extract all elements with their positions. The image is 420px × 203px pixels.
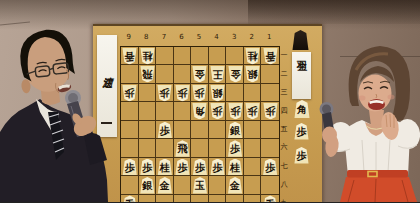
piece-glyph: 香 xyxy=(265,200,275,202)
board-cell xyxy=(191,47,209,65)
woman-blush-right xyxy=(359,96,366,101)
board-cell xyxy=(156,139,174,157)
board-cell xyxy=(244,121,262,139)
board-cell xyxy=(261,65,279,83)
woman-blush-left xyxy=(388,95,395,100)
piece-glyph: 金 xyxy=(160,181,170,191)
board-cell xyxy=(244,195,262,203)
piece-glyph: 金 xyxy=(230,69,240,79)
piece-glyph: 歩 xyxy=(160,87,170,97)
woman-microphone-head-inner xyxy=(322,105,331,114)
board-cell xyxy=(191,195,209,203)
board-cell xyxy=(261,176,279,194)
board-cell xyxy=(226,47,244,65)
file-label-5: 5 xyxy=(197,33,201,41)
piece-glyph: 歩 xyxy=(248,106,258,116)
board-cell xyxy=(174,65,192,83)
captured-piece-角[interactable]: 角 xyxy=(294,100,310,118)
file-label-2: 2 xyxy=(249,33,253,41)
demo-board-panel: 987654321 一二三四五六七八九 香桂桂香飛金王金銀歩歩歩歩銀角歩歩歩歩歩… xyxy=(93,24,322,202)
assistant-woman xyxy=(318,30,420,202)
board-cell xyxy=(139,195,157,203)
piece-glyph: 金 xyxy=(230,181,240,191)
board-cell xyxy=(226,195,244,203)
board-cell xyxy=(209,195,227,203)
rank-label-2: 二 xyxy=(279,69,289,79)
piece-glyph: 歩 xyxy=(125,163,135,173)
board-cell xyxy=(209,139,227,157)
board-cell xyxy=(174,195,192,203)
board-cell xyxy=(209,176,227,194)
piece-glyph: 歩 xyxy=(125,87,135,97)
board-cell xyxy=(174,121,192,139)
rank-label-5: 五 xyxy=(279,124,289,134)
board-cell xyxy=(139,102,157,120)
board-cell xyxy=(244,84,262,102)
piece-glyph: 銀 xyxy=(213,87,223,97)
piece-glyph: 桂 xyxy=(230,163,240,173)
file-label-3: 3 xyxy=(232,33,236,41)
board-cell xyxy=(121,139,139,157)
board-cell xyxy=(261,139,279,157)
board-cell xyxy=(174,47,192,65)
piece-glyph: 銀 xyxy=(230,126,240,136)
piece-glyph: 桂 xyxy=(160,163,170,173)
piece-glyph: 歩 xyxy=(297,127,307,137)
board-cell xyxy=(209,47,227,65)
piece-glyph: 角 xyxy=(297,105,307,115)
file-label-7: 7 xyxy=(162,33,166,41)
board-cell xyxy=(156,195,174,203)
board-cell xyxy=(139,84,157,102)
rank-label-1: 一 xyxy=(279,50,289,60)
board-cell xyxy=(174,102,192,120)
piece-glyph: 飛 xyxy=(142,69,152,79)
board-cell xyxy=(156,47,174,65)
piece-glyph: 歩 xyxy=(142,163,152,173)
board-cell xyxy=(209,121,227,139)
piece-glyph: 銀 xyxy=(142,181,152,191)
board-cell xyxy=(261,121,279,139)
commentator-man xyxy=(0,20,110,202)
board-cell xyxy=(244,139,262,157)
wall-shadow-top-right xyxy=(248,0,420,24)
gote-player-name: 羽生 xyxy=(295,52,309,99)
piece-glyph: 歩 xyxy=(177,87,187,97)
board-cell xyxy=(244,176,262,194)
piece-glyph: 玉 xyxy=(195,181,205,191)
piece-glyph: 歩 xyxy=(230,144,240,154)
board-cell xyxy=(139,139,157,157)
piece-glyph: 歩 xyxy=(195,87,205,97)
rank-label-8: 八 xyxy=(279,179,289,189)
piece-glyph: 角 xyxy=(195,106,205,116)
file-label-9: 9 xyxy=(127,33,131,41)
board-cell xyxy=(121,176,139,194)
file-label-4: 4 xyxy=(214,33,218,41)
piece-glyph: 飛 xyxy=(177,144,187,154)
rank-label-6: 六 xyxy=(279,142,289,152)
piece-glyph: 歩 xyxy=(213,163,223,173)
piece-glyph: 桂 xyxy=(248,50,258,60)
piece-glyph: 歩 xyxy=(213,106,223,116)
board-cell xyxy=(156,102,174,120)
piece-glyph: 歩 xyxy=(230,106,240,116)
board-cell xyxy=(121,65,139,83)
board-cell xyxy=(191,139,209,157)
piece-glyph: 王 xyxy=(213,69,223,79)
board-cell xyxy=(261,84,279,102)
board-cell xyxy=(139,121,157,139)
board-cell xyxy=(156,65,174,83)
piece-glyph: 歩 xyxy=(297,151,307,161)
piece-glyph: 香 xyxy=(125,50,135,60)
rank-label-4: 四 xyxy=(279,106,289,116)
piece-glyph: 桂 xyxy=(142,50,152,60)
board-cell xyxy=(174,176,192,194)
file-label-8: 8 xyxy=(144,33,148,41)
piece-glyph: 香 xyxy=(125,200,135,202)
file-label-6: 6 xyxy=(179,33,183,41)
piece-glyph: 歩 xyxy=(265,106,275,116)
board-cell xyxy=(121,121,139,139)
piece-glyph: 香 xyxy=(265,50,275,60)
shogi-commentary-photo: 987654321 一二三四五六七八九 香桂桂香飛金王金銀歩歩歩歩銀角歩歩歩歩歩… xyxy=(0,0,420,202)
board-cell xyxy=(121,102,139,120)
board-cell xyxy=(226,84,244,102)
piece-glyph: 歩 xyxy=(195,163,205,173)
piece-glyph: 歩 xyxy=(160,126,170,136)
captured-piece-歩[interactable]: 歩 xyxy=(294,123,309,140)
rank-label-7: 七 xyxy=(279,161,289,171)
rank-label-9: 九 xyxy=(279,198,289,202)
board-cell xyxy=(244,158,262,176)
captured-piece-歩[interactable]: 歩 xyxy=(294,147,309,164)
black-marker-piece-icon xyxy=(292,30,309,50)
piece-glyph: 歩 xyxy=(265,163,275,173)
file-label-1: 1 xyxy=(267,33,271,41)
piece-glyph: 金 xyxy=(195,69,205,79)
board-grid: 香桂桂香飛金王金銀歩歩歩歩銀角歩歩歩歩歩銀飛歩歩歩桂歩歩歩桂歩銀金玉金香香 xyxy=(120,46,280,202)
gote-name-plate: 羽生 xyxy=(292,52,311,99)
rank-label-3: 三 xyxy=(279,87,289,97)
piece-glyph: 歩 xyxy=(177,163,187,173)
piece-glyph: 銀 xyxy=(248,69,258,79)
board-cell xyxy=(191,121,209,139)
